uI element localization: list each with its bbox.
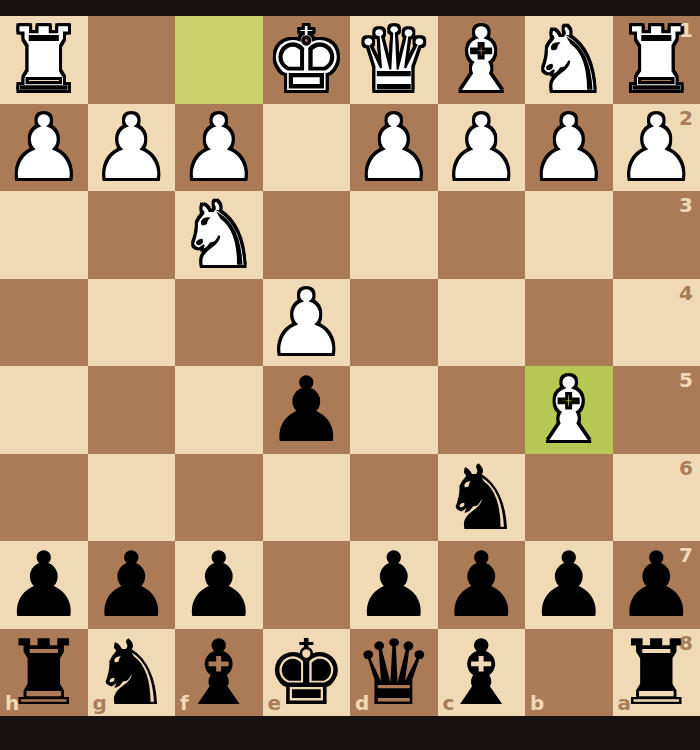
piece-white-queen[interactable]: ♛: [353, 16, 434, 104]
square-d5[interactable]: [350, 366, 438, 454]
piece-white-bishop[interactable]: ♝: [528, 366, 609, 454]
square-h3[interactable]: [0, 191, 88, 279]
square-e7[interactable]: [263, 541, 351, 629]
square-g8[interactable]: ♞g: [88, 629, 176, 717]
square-f6[interactable]: [175, 454, 263, 542]
file-label-b: b: [530, 693, 544, 713]
square-a4[interactable]: 4: [613, 279, 700, 367]
square-e6[interactable]: [263, 454, 351, 542]
square-h8[interactable]: ♜h: [0, 629, 88, 717]
rank-label-3: 3: [679, 195, 693, 215]
square-g1[interactable]: [88, 16, 176, 104]
square-c5[interactable]: [438, 366, 526, 454]
square-e5[interactable]: ♟: [263, 366, 351, 454]
square-c7[interactable]: ♟: [438, 541, 526, 629]
piece-white-rook[interactable]: ♜: [616, 16, 697, 104]
square-c3[interactable]: [438, 191, 526, 279]
piece-black-bishop[interactable]: ♝: [178, 629, 259, 717]
piece-black-knight[interactable]: ♞: [91, 629, 172, 717]
piece-white-king[interactable]: ♚: [266, 16, 347, 104]
square-a2[interactable]: ♟2: [613, 104, 700, 192]
piece-white-pawn[interactable]: ♟: [441, 104, 522, 192]
square-e1[interactable]: ♚: [263, 16, 351, 104]
square-e2[interactable]: [263, 104, 351, 192]
square-g6[interactable]: [88, 454, 176, 542]
square-g4[interactable]: [88, 279, 176, 367]
square-b3[interactable]: [525, 191, 613, 279]
square-a6[interactable]: 6: [613, 454, 700, 542]
square-b4[interactable]: [525, 279, 613, 367]
piece-black-pawn[interactable]: ♟: [3, 541, 84, 629]
square-g5[interactable]: [88, 366, 176, 454]
piece-black-pawn[interactable]: ♟: [441, 541, 522, 629]
app-window: ♜♚♛♝♞♜1♟♟♟♟♟♟♟2♞3♟4♟♝5♞6♟♟♟♟♟♟♟7♜h♞g♝f♚e…: [0, 0, 700, 750]
square-f3[interactable]: ♞: [175, 191, 263, 279]
square-c4[interactable]: [438, 279, 526, 367]
square-a1[interactable]: ♜1: [613, 16, 700, 104]
piece-black-pawn[interactable]: ♟: [178, 541, 259, 629]
square-a5[interactable]: 5: [613, 366, 700, 454]
square-f2[interactable]: ♟: [175, 104, 263, 192]
piece-black-king[interactable]: ♚: [266, 629, 347, 717]
piece-white-pawn[interactable]: ♟: [528, 104, 609, 192]
piece-white-knight[interactable]: ♞: [178, 191, 259, 279]
square-c8[interactable]: ♝c: [438, 629, 526, 717]
square-h4[interactable]: [0, 279, 88, 367]
piece-black-pawn[interactable]: ♟: [91, 541, 172, 629]
piece-white-knight[interactable]: ♞: [528, 16, 609, 104]
piece-white-bishop[interactable]: ♝: [441, 16, 522, 104]
square-a7[interactable]: ♟7: [613, 541, 700, 629]
square-b2[interactable]: ♟: [525, 104, 613, 192]
square-e3[interactable]: [263, 191, 351, 279]
piece-white-pawn[interactable]: ♟: [3, 104, 84, 192]
square-h1[interactable]: ♜: [0, 16, 88, 104]
square-b5[interactable]: ♝: [525, 366, 613, 454]
piece-black-queen[interactable]: ♛: [353, 629, 434, 717]
square-c6[interactable]: ♞: [438, 454, 526, 542]
square-f8[interactable]: ♝f: [175, 629, 263, 717]
square-d6[interactable]: [350, 454, 438, 542]
square-d2[interactable]: ♟: [350, 104, 438, 192]
chess-board[interactable]: ♜♚♛♝♞♜1♟♟♟♟♟♟♟2♞3♟4♟♝5♞6♟♟♟♟♟♟♟7♜h♞g♝f♚e…: [0, 16, 700, 716]
square-e8[interactable]: ♚e: [263, 629, 351, 717]
square-d1[interactable]: ♛: [350, 16, 438, 104]
piece-black-rook[interactable]: ♜: [3, 629, 84, 717]
square-d7[interactable]: ♟: [350, 541, 438, 629]
piece-white-pawn[interactable]: ♟: [91, 104, 172, 192]
piece-black-pawn[interactable]: ♟: [266, 366, 347, 454]
rank-label-5: 5: [679, 370, 693, 390]
square-h2[interactable]: ♟: [0, 104, 88, 192]
piece-black-knight[interactable]: ♞: [441, 454, 522, 542]
square-d3[interactable]: [350, 191, 438, 279]
square-c1[interactable]: ♝: [438, 16, 526, 104]
square-h6[interactable]: [0, 454, 88, 542]
piece-black-rook[interactable]: ♜: [616, 629, 697, 717]
square-a3[interactable]: 3: [613, 191, 700, 279]
piece-white-pawn[interactable]: ♟: [353, 104, 434, 192]
rank-label-4: 4: [679, 283, 693, 303]
square-h5[interactable]: [0, 366, 88, 454]
square-h7[interactable]: ♟: [0, 541, 88, 629]
square-b6[interactable]: [525, 454, 613, 542]
rank-label-6: 6: [679, 458, 693, 478]
piece-white-rook[interactable]: ♜: [3, 16, 84, 104]
piece-black-pawn[interactable]: ♟: [353, 541, 434, 629]
piece-black-pawn[interactable]: ♟: [528, 541, 609, 629]
square-c2[interactable]: ♟: [438, 104, 526, 192]
square-g3[interactable]: [88, 191, 176, 279]
piece-black-pawn[interactable]: ♟: [616, 541, 697, 629]
square-g2[interactable]: ♟: [88, 104, 176, 192]
square-b8[interactable]: b: [525, 629, 613, 717]
square-b7[interactable]: ♟: [525, 541, 613, 629]
square-f4[interactable]: [175, 279, 263, 367]
square-d4[interactable]: [350, 279, 438, 367]
square-g7[interactable]: ♟: [88, 541, 176, 629]
square-a8[interactable]: ♜8a: [613, 629, 700, 717]
piece-white-pawn[interactable]: ♟: [266, 279, 347, 367]
square-f7[interactable]: ♟: [175, 541, 263, 629]
square-f5[interactable]: [175, 366, 263, 454]
square-d8[interactable]: ♛d: [350, 629, 438, 717]
piece-white-pawn[interactable]: ♟: [616, 104, 697, 192]
square-f1[interactable]: [175, 16, 263, 104]
square-b1[interactable]: ♞: [525, 16, 613, 104]
square-e4[interactable]: ♟: [263, 279, 351, 367]
piece-white-pawn[interactable]: ♟: [178, 104, 259, 192]
piece-black-bishop[interactable]: ♝: [441, 629, 522, 717]
